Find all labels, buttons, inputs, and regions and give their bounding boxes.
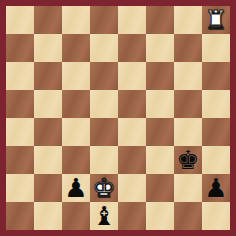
square-h1[interactable] <box>202 202 230 230</box>
square-f2[interactable] <box>146 174 174 202</box>
square-g4[interactable] <box>174 118 202 146</box>
square-a5[interactable] <box>6 90 34 118</box>
square-d6[interactable] <box>90 62 118 90</box>
white-rook-icon: ♜ <box>204 6 227 34</box>
square-a1[interactable] <box>6 202 34 230</box>
square-h2[interactable]: ♟ <box>202 174 230 202</box>
square-d7[interactable] <box>90 34 118 62</box>
square-a2[interactable] <box>6 174 34 202</box>
square-b4[interactable] <box>34 118 62 146</box>
square-h6[interactable] <box>202 62 230 90</box>
square-b5[interactable] <box>34 90 62 118</box>
square-c1[interactable] <box>62 202 90 230</box>
square-g2[interactable] <box>174 174 202 202</box>
square-c8[interactable] <box>62 6 90 34</box>
chess-board-frame: ♜♚♟♚♟♝ <box>0 0 236 236</box>
square-a8[interactable] <box>6 6 34 34</box>
square-e7[interactable] <box>118 34 146 62</box>
square-d5[interactable] <box>90 90 118 118</box>
square-d8[interactable] <box>90 6 118 34</box>
square-g3[interactable]: ♚ <box>174 146 202 174</box>
square-d1[interactable]: ♝ <box>90 202 118 230</box>
square-f1[interactable] <box>146 202 174 230</box>
square-e1[interactable] <box>118 202 146 230</box>
square-g5[interactable] <box>174 90 202 118</box>
square-f4[interactable] <box>146 118 174 146</box>
black-king-icon: ♚ <box>176 146 199 174</box>
square-a6[interactable] <box>6 62 34 90</box>
square-d4[interactable] <box>90 118 118 146</box>
black-pawn-icon: ♟ <box>64 174 87 202</box>
square-h8[interactable]: ♜ <box>202 6 230 34</box>
square-f7[interactable] <box>146 34 174 62</box>
white-king-icon: ♚ <box>92 174 115 202</box>
chess-board: ♜♚♟♚♟♝ <box>6 6 230 230</box>
square-c5[interactable] <box>62 90 90 118</box>
square-c6[interactable] <box>62 62 90 90</box>
square-h7[interactable] <box>202 34 230 62</box>
square-d2[interactable]: ♚ <box>90 174 118 202</box>
square-c4[interactable] <box>62 118 90 146</box>
square-a3[interactable] <box>6 146 34 174</box>
square-f3[interactable] <box>146 146 174 174</box>
square-g7[interactable] <box>174 34 202 62</box>
square-f6[interactable] <box>146 62 174 90</box>
square-g8[interactable] <box>174 6 202 34</box>
square-b3[interactable] <box>34 146 62 174</box>
square-c3[interactable] <box>62 146 90 174</box>
square-e4[interactable] <box>118 118 146 146</box>
square-c7[interactable] <box>62 34 90 62</box>
square-a4[interactable] <box>6 118 34 146</box>
square-b8[interactable] <box>34 6 62 34</box>
black-pawn-icon: ♟ <box>204 174 227 202</box>
square-e3[interactable] <box>118 146 146 174</box>
square-d3[interactable] <box>90 146 118 174</box>
square-e6[interactable] <box>118 62 146 90</box>
square-e2[interactable] <box>118 174 146 202</box>
square-h4[interactable] <box>202 118 230 146</box>
square-e8[interactable] <box>118 6 146 34</box>
square-b1[interactable] <box>34 202 62 230</box>
square-e5[interactable] <box>118 90 146 118</box>
square-b7[interactable] <box>34 34 62 62</box>
square-b6[interactable] <box>34 62 62 90</box>
square-b2[interactable] <box>34 174 62 202</box>
square-c2[interactable]: ♟ <box>62 174 90 202</box>
square-a7[interactable] <box>6 34 34 62</box>
square-g6[interactable] <box>174 62 202 90</box>
black-bishop-icon: ♝ <box>92 202 115 230</box>
square-g1[interactable] <box>174 202 202 230</box>
square-f8[interactable] <box>146 6 174 34</box>
square-f5[interactable] <box>146 90 174 118</box>
square-h5[interactable] <box>202 90 230 118</box>
square-h3[interactable] <box>202 146 230 174</box>
